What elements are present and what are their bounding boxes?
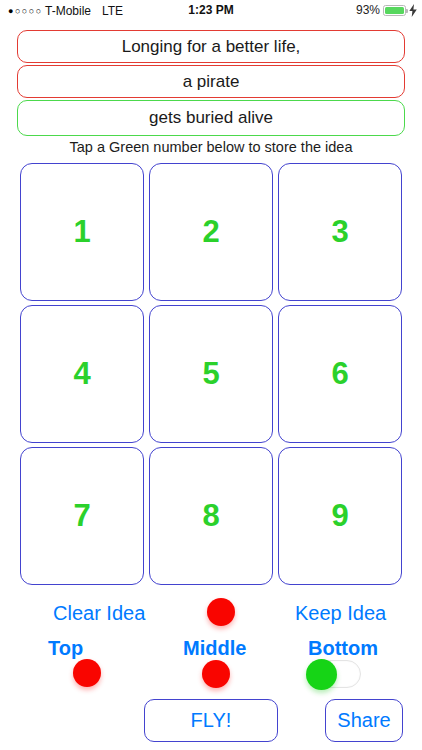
battery-fill [385, 7, 404, 14]
idea-status-indicator [207, 598, 235, 626]
instruction-label: Tap a Green number below to store the id… [0, 139, 422, 155]
grid-cell-3[interactable]: 3 [278, 163, 402, 301]
bottom-toggle-thumb [306, 659, 337, 690]
grid-cell-5-number: 5 [202, 356, 219, 392]
share-button[interactable]: Share [325, 699, 403, 742]
grid-cell-9-number: 9 [331, 498, 348, 534]
grid-cell-6[interactable]: 6 [278, 305, 402, 443]
status-bar: ●○○○○ T-Mobile LTE 1:23 PM 93% [0, 0, 422, 20]
grid-cell-2[interactable]: 2 [149, 163, 273, 301]
top-indicator-button[interactable] [73, 659, 101, 687]
middle-label: Middle [183, 637, 246, 660]
idea-line-1-text: Longing for a better life, [122, 37, 301, 57]
status-right-cluster: 93% [356, 3, 417, 17]
bottom-label: Bottom [308, 637, 378, 660]
battery-icon [383, 5, 406, 16]
number-grid: 1 2 3 4 5 6 7 8 9 [20, 163, 402, 585]
grid-cell-4[interactable]: 4 [20, 305, 144, 443]
grid-cell-7-number: 7 [73, 498, 90, 534]
grid-cell-7[interactable]: 7 [20, 447, 144, 585]
grid-cell-5[interactable]: 5 [149, 305, 273, 443]
grid-cell-8[interactable]: 8 [149, 447, 273, 585]
battery-percent-label: 93% [356, 3, 380, 17]
idea-line-3[interactable]: gets buried alive [17, 100, 405, 136]
grid-cell-9[interactable]: 9 [278, 447, 402, 585]
clear-idea-button[interactable]: Clear Idea [53, 602, 145, 625]
keep-idea-button[interactable]: Keep Idea [295, 602, 386, 625]
top-label: Top [48, 637, 83, 660]
grid-cell-1[interactable]: 1 [20, 163, 144, 301]
middle-indicator-button[interactable] [202, 660, 230, 688]
fly-button[interactable]: FLY! [144, 699, 278, 742]
grid-cell-2-number: 2 [202, 214, 219, 250]
grid-cell-8-number: 8 [202, 498, 219, 534]
idea-line-2-text: a pirate [183, 72, 240, 92]
bottom-toggle[interactable] [307, 660, 361, 688]
grid-cell-4-number: 4 [73, 356, 90, 392]
grid-cell-1-number: 1 [73, 214, 90, 250]
app-screen: ●○○○○ T-Mobile LTE 1:23 PM 93% Longing f… [0, 0, 422, 750]
grid-cell-3-number: 3 [331, 214, 348, 250]
battery-nub [406, 9, 408, 13]
idea-line-1[interactable]: Longing for a better life, [17, 30, 405, 63]
idea-line-2[interactable]: a pirate [17, 65, 405, 98]
charging-bolt-icon [409, 4, 417, 17]
idea-line-3-text: gets buried alive [149, 108, 273, 128]
grid-cell-6-number: 6 [331, 356, 348, 392]
